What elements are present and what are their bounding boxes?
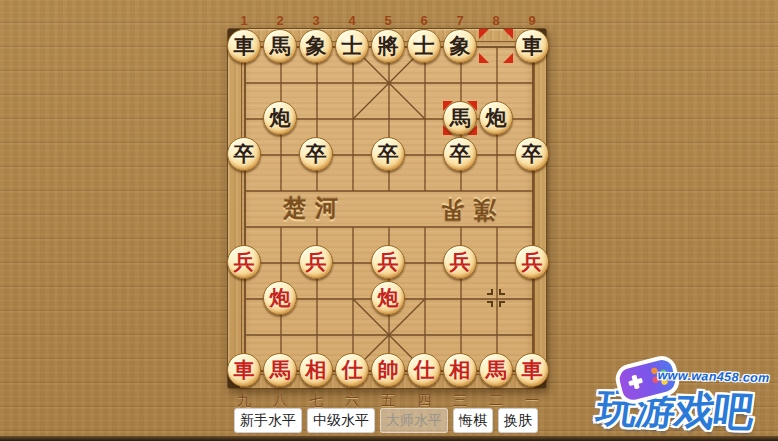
piece-black-將[interactable]: 將 bbox=[370, 28, 406, 64]
marker-corner bbox=[487, 289, 493, 295]
marker-corner bbox=[479, 29, 489, 39]
board-frame: 楚河 漢界 車馬象士將士象車炮馬炮卒卒卒卒卒兵兵兵兵兵炮炮車馬相仕帥仕相馬車 1… bbox=[227, 28, 547, 389]
piece-red-兵[interactable]: 兵 bbox=[514, 244, 550, 280]
piece-black-車[interactable]: 車 bbox=[226, 28, 262, 64]
piece-disc: 卒 bbox=[299, 137, 333, 171]
piece-black-炮[interactable]: 炮 bbox=[262, 100, 298, 136]
piece-disc: 炮 bbox=[371, 281, 405, 315]
piece-black-炮[interactable]: 炮 bbox=[478, 100, 514, 136]
piece-disc: 馬 bbox=[263, 353, 297, 387]
piece-black-卒[interactable]: 卒 bbox=[442, 136, 478, 172]
marker-corner bbox=[487, 301, 493, 307]
piece-disc: 炮 bbox=[479, 101, 513, 135]
piece-disc: 卒 bbox=[515, 137, 549, 171]
last-move-from-marker bbox=[478, 28, 514, 64]
piece-disc: 仕 bbox=[335, 353, 369, 387]
marker-corner bbox=[499, 289, 505, 295]
undo-button[interactable]: 悔棋 bbox=[453, 408, 493, 433]
piece-red-炮[interactable]: 炮 bbox=[370, 280, 406, 316]
piece-disc: 車 bbox=[227, 29, 261, 63]
col-label-bottom: 四 bbox=[406, 392, 442, 409]
watermark-url: www.wan458.com bbox=[657, 368, 769, 385]
piece-disc: 兵 bbox=[227, 245, 261, 279]
level-novice-button[interactable]: 新手水平 bbox=[234, 408, 302, 433]
col-label-bottom: 七 bbox=[298, 392, 334, 409]
page-bottom-edge bbox=[0, 436, 778, 441]
piece-disc: 兵 bbox=[515, 245, 549, 279]
piece-black-士[interactable]: 士 bbox=[334, 28, 370, 64]
piece-disc: 卒 bbox=[371, 137, 405, 171]
piece-black-馬[interactable]: 馬 bbox=[262, 28, 298, 64]
marker-corner bbox=[499, 301, 505, 307]
piece-disc: 士 bbox=[407, 29, 441, 63]
piece-disc: 相 bbox=[299, 353, 333, 387]
piece-black-卒[interactable]: 卒 bbox=[514, 136, 550, 172]
piece-disc: 馬 bbox=[263, 29, 297, 63]
col-label-bottom: 九 bbox=[226, 392, 262, 409]
piece-disc: 士 bbox=[335, 29, 369, 63]
piece-red-仕[interactable]: 仕 bbox=[406, 352, 442, 388]
piece-red-兵[interactable]: 兵 bbox=[298, 244, 334, 280]
piece-black-象[interactable]: 象 bbox=[298, 28, 334, 64]
piece-red-兵[interactable]: 兵 bbox=[226, 244, 262, 280]
piece-disc: 仕 bbox=[407, 353, 441, 387]
piece-disc: 炮 bbox=[263, 101, 297, 135]
piece-red-馬[interactable]: 馬 bbox=[262, 352, 298, 388]
piece-disc: 車 bbox=[515, 353, 549, 387]
piece-disc: 象 bbox=[299, 29, 333, 63]
piece-red-車[interactable]: 車 bbox=[514, 352, 550, 388]
point-marker bbox=[478, 280, 514, 316]
piece-disc: 卒 bbox=[227, 137, 261, 171]
col-label-bottom: 八 bbox=[262, 392, 298, 409]
piece-disc: 兵 bbox=[443, 245, 477, 279]
piece-red-兵[interactable]: 兵 bbox=[442, 244, 478, 280]
piece-disc: 馬 bbox=[479, 353, 513, 387]
piece-red-兵[interactable]: 兵 bbox=[370, 244, 406, 280]
piece-red-相[interactable]: 相 bbox=[442, 352, 478, 388]
piece-red-仕[interactable]: 仕 bbox=[334, 352, 370, 388]
marker-corner bbox=[479, 53, 489, 63]
col-label-bottom: 一 bbox=[514, 392, 550, 409]
piece-red-帥[interactable]: 帥 bbox=[370, 352, 406, 388]
change-skin-button[interactable]: 换肤 bbox=[498, 408, 538, 433]
piece-disc: 兵 bbox=[299, 245, 333, 279]
piece-disc: 車 bbox=[227, 353, 261, 387]
piece-disc: 炮 bbox=[263, 281, 297, 315]
piece-black-士[interactable]: 士 bbox=[406, 28, 442, 64]
site-watermark: 玩游戏吧 www.wan458.com bbox=[596, 353, 778, 441]
piece-red-馬[interactable]: 馬 bbox=[478, 352, 514, 388]
piece-disc: 象 bbox=[443, 29, 477, 63]
col-label-bottom: 三 bbox=[442, 392, 478, 409]
pieces-layer: 車馬象士將士象車炮馬炮卒卒卒卒卒兵兵兵兵兵炮炮車馬相仕帥仕相馬車 bbox=[226, 28, 550, 388]
piece-black-車[interactable]: 車 bbox=[514, 28, 550, 64]
xiangqi-app: 楚河 漢界 車馬象士將士象車炮馬炮卒卒卒卒卒兵兵兵兵兵炮炮車馬相仕帥仕相馬車 1… bbox=[0, 0, 778, 441]
bottom-labels: 九八七六五四三二一 bbox=[226, 392, 550, 409]
piece-disc: 相 bbox=[443, 353, 477, 387]
piece-black-卒[interactable]: 卒 bbox=[298, 136, 334, 172]
piece-black-馬[interactable]: 馬 bbox=[442, 100, 478, 136]
piece-red-炮[interactable]: 炮 bbox=[262, 280, 298, 316]
col-label-bottom: 五 bbox=[370, 392, 406, 409]
col-label-bottom: 六 bbox=[334, 392, 370, 409]
level-master-button[interactable]: 大师水平 bbox=[380, 408, 448, 433]
col-label-bottom: 二 bbox=[478, 392, 514, 409]
piece-red-相[interactable]: 相 bbox=[298, 352, 334, 388]
marker-corner bbox=[503, 53, 513, 63]
piece-black-象[interactable]: 象 bbox=[442, 28, 478, 64]
level-intermediate-button[interactable]: 中级水平 bbox=[307, 408, 375, 433]
piece-disc: 馬 bbox=[443, 101, 477, 135]
piece-black-卒[interactable]: 卒 bbox=[226, 136, 262, 172]
piece-black-卒[interactable]: 卒 bbox=[370, 136, 406, 172]
piece-disc: 卒 bbox=[443, 137, 477, 171]
piece-disc: 帥 bbox=[371, 353, 405, 387]
piece-disc: 車 bbox=[515, 29, 549, 63]
piece-disc: 將 bbox=[371, 29, 405, 63]
xiangqi-board: 楚河 漢界 車馬象士將士象車炮馬炮卒卒卒卒卒兵兵兵兵兵炮炮車馬相仕帥仕相馬車 1… bbox=[227, 28, 547, 389]
piece-disc: 兵 bbox=[371, 245, 405, 279]
controls-bar: 新手水平中级水平大师水平悔棋换肤 bbox=[234, 408, 538, 433]
marker-corner bbox=[503, 29, 513, 39]
piece-red-車[interactable]: 車 bbox=[226, 352, 262, 388]
